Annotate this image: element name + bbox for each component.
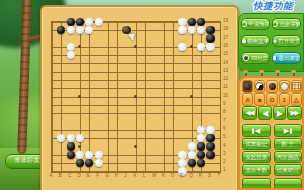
row-label: 15 [223,52,228,56]
row-label: 7 [223,119,226,123]
white-stone [178,18,186,26]
white-stone [197,134,205,142]
board-icon [273,39,278,44]
research-buttons-row: 显示手数 结束研讨 [242,164,302,176]
column-label: F [96,174,99,178]
row-label: 13 [223,69,228,73]
black-stone [197,159,205,167]
go-app-screen: 邀请好友 ABCDEFGHJKLMNOPQRST 191817161514131… [0,0,304,190]
tool-alternate-stone[interactable] [254,80,265,93]
row-label: 12 [223,77,228,81]
black-stone [206,151,214,159]
mouse-cursor-icon [128,31,138,41]
star-point [78,95,81,98]
white-stone [188,151,196,159]
row-label: 16 [223,44,228,48]
row-label: 3 [223,152,226,156]
white-stone-icon [280,82,289,91]
marker-number-button[interactable]: 1 [279,93,290,106]
column-label: H [115,174,118,178]
white-stone [85,26,93,34]
row-label: 11 [223,85,228,89]
quick-panel: 申请悔棋 思路讲解 棋例故事 打开研究 99对弈 退出课堂 [238,13,304,72]
column-label: O [171,174,175,178]
go-to-end-button[interactable]: ▶ [274,124,303,137]
column-label: S [208,174,211,178]
column-label: Q [189,174,193,178]
row-label: 2 [223,160,226,164]
white-stone [85,151,93,159]
white-stone [76,134,84,142]
retry-button[interactable]: 再次挑战 [274,151,303,163]
research-buttons-row: 试算标记 数 子 [242,138,302,150]
column-label: N [161,174,164,178]
row-label: 6 [223,127,226,131]
white-stone [95,159,103,167]
column-label: J [124,174,126,178]
button-label: 退出课堂 [278,55,300,62]
clipped-button[interactable] [274,178,303,190]
stone-tool-row [242,80,302,93]
research-buttons-row: 发起投票 再次挑战 [242,151,302,163]
request-undo-button[interactable]: 申请悔棋 [241,18,270,30]
count-button[interactable]: 数 子 [274,138,303,150]
row-label: 10 [223,94,228,98]
white-stone [178,43,186,51]
white-stone [67,43,75,51]
research-panel: A ■ O 1 △ ◀◀ ◀ ▶ ▶▶ ◀ ▶ 试算标记 数 子 [238,76,304,190]
marker-tool-row: A ■ O 1 △ [242,93,302,106]
fast-forward-button[interactable]: ▶▶ [287,106,302,120]
black-stone [206,134,214,142]
column-label: P [180,174,183,178]
eraser-icon [292,82,301,91]
black-stone [206,34,214,42]
stone-icon [243,55,250,62]
white-stone [178,151,186,159]
black-stone [85,159,93,167]
black-stone-icon [244,83,251,90]
ring-icon [241,21,247,27]
star-point [134,145,137,148]
vote-button[interactable]: 发起投票 [242,151,271,163]
trial-mark-button[interactable]: 试算标记 [242,138,271,150]
star-point [190,45,193,48]
go-board-grid[interactable] [51,21,221,173]
story-button[interactable]: 棋例故事 [241,35,270,47]
white-stone [188,142,196,150]
column-label: R [199,174,202,178]
black-stone [67,18,75,26]
step-back-button[interactable]: ◀ [258,106,272,120]
door-icon [273,56,277,61]
end-research-button[interactable]: 结束研讨 [274,164,303,176]
column-label: A [50,174,53,178]
tool-eraser[interactable] [291,80,302,93]
playback-row: ◀◀ ◀ ▶ ▶▶ [242,106,302,120]
white-stone [57,134,65,142]
star-point [134,45,137,48]
row-label: 18 [223,27,228,31]
column-label: M [152,174,156,178]
button-label: 99对弈 [251,55,268,62]
marker-square-button[interactable]: ■ [254,93,265,106]
row-label: 9 [223,102,226,106]
star-point [190,95,193,98]
explain-button[interactable]: 思路讲解 [272,18,301,30]
column-label: B [59,174,62,178]
row-label: 17 [223,36,228,40]
black-stone [76,18,84,26]
row-label: 5 [223,135,226,139]
marker-triangle-button[interactable]: △ [291,93,302,106]
row-label: 19 [223,19,228,23]
white-stone [76,151,84,159]
black-stone [67,151,75,159]
column-label: L [143,174,146,178]
go-to-start-button[interactable]: ◀ [242,124,271,137]
black-stone [188,159,196,167]
column-label: E [87,174,90,178]
half-stone-icon [255,82,264,91]
row-label: 8 [223,110,226,114]
white-stone [206,126,214,134]
arrow-icon: ◀ [255,127,260,135]
white-stone [197,26,205,34]
bar-icon [252,128,254,134]
black-stone [197,142,205,150]
ring-icon [272,21,278,27]
button-label: 打开研究 [279,38,301,45]
button-label: 棋例故事 [247,38,269,45]
white-stone [188,26,196,34]
white-stone [85,18,93,26]
nav-row: ◀ ▶ [242,124,302,137]
play-99-button[interactable]: 99对弈 [241,52,270,64]
marker-letter-button[interactable]: A [242,93,253,106]
black-stone [188,18,196,26]
exit-classroom-button[interactable]: 退出课堂 [272,52,301,64]
white-stone [76,26,84,34]
column-label: D [77,174,80,178]
button-label: 思路讲解 [279,21,301,28]
tool-black[interactable] [266,80,277,93]
tool-black-stone-selected[interactable] [242,80,253,93]
star-point [78,45,81,48]
white-stone [95,151,103,159]
column-label: G [105,174,109,178]
white-stone [67,134,75,142]
white-stone [178,159,186,167]
white-stone [197,126,205,134]
quick-panel-title: 快捷功能 [242,0,304,13]
column-label: T [217,174,220,178]
open-research-button[interactable]: 打开研究 [272,35,301,47]
button-label: 申请悔棋 [248,21,270,28]
white-stone [178,26,186,34]
black-stone [206,26,214,34]
clipped-buttons-row [242,178,302,190]
star-point [78,145,81,148]
white-stone [95,18,103,26]
bar-icon [290,128,292,134]
column-label: C [68,174,71,178]
white-stone [67,26,75,34]
go-board-panel: ABCDEFGHJKLMNOPQRST 19181716151413121110… [40,5,239,190]
black-stone [57,26,65,34]
white-stone [67,51,75,59]
row-label: 4 [223,144,226,148]
black-stone [206,142,214,150]
black-stone-icon [269,83,276,90]
tool-white[interactable] [279,80,290,93]
white-stone [197,43,205,51]
black-stone [197,151,205,159]
star-point [134,95,137,98]
white-stone [206,43,214,51]
show-move-numbers-button[interactable]: 显示手数 [242,164,271,176]
black-stone [76,159,84,167]
black-stone [197,18,205,26]
black-stone [67,142,75,150]
person-icon [242,39,246,43]
row-label: 14 [223,61,228,65]
rewind-button[interactable]: ◀◀ [242,106,257,120]
step-forward-button[interactable]: ▶ [273,106,287,120]
row-label: 1 [223,168,226,172]
arrow-icon: ▶ [284,127,289,135]
clipped-button[interactable] [242,178,271,190]
column-label: K [133,174,136,178]
marker-circle-button[interactable]: O [266,93,277,106]
